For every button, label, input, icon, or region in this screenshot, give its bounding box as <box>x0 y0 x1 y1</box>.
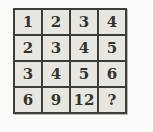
cell-r1c3: 3 <box>71 10 97 34</box>
puzzle-board: 1 2 3 4 2 3 4 5 3 4 5 6 6 9 12 ? <box>13 8 127 114</box>
cell-r2c4: 5 <box>99 36 125 60</box>
cell-r3c4: 6 <box>99 62 125 86</box>
cell-r4c3: 12 <box>71 88 97 112</box>
cell-r2c2: 3 <box>43 36 69 60</box>
cell-r1c1: 1 <box>15 10 41 34</box>
cell-r3c2: 4 <box>43 62 69 86</box>
cell-r4c1: 6 <box>15 88 41 112</box>
cell-r4c2: 9 <box>43 88 69 112</box>
cell-r3c1: 3 <box>15 62 41 86</box>
cell-r2c1: 2 <box>15 36 41 60</box>
cell-r4c4-missing: ? <box>99 88 125 112</box>
cell-r3c3: 5 <box>71 62 97 86</box>
cell-r1c4: 4 <box>99 10 125 34</box>
cell-r2c3: 4 <box>71 36 97 60</box>
cell-r1c2: 2 <box>43 10 69 34</box>
